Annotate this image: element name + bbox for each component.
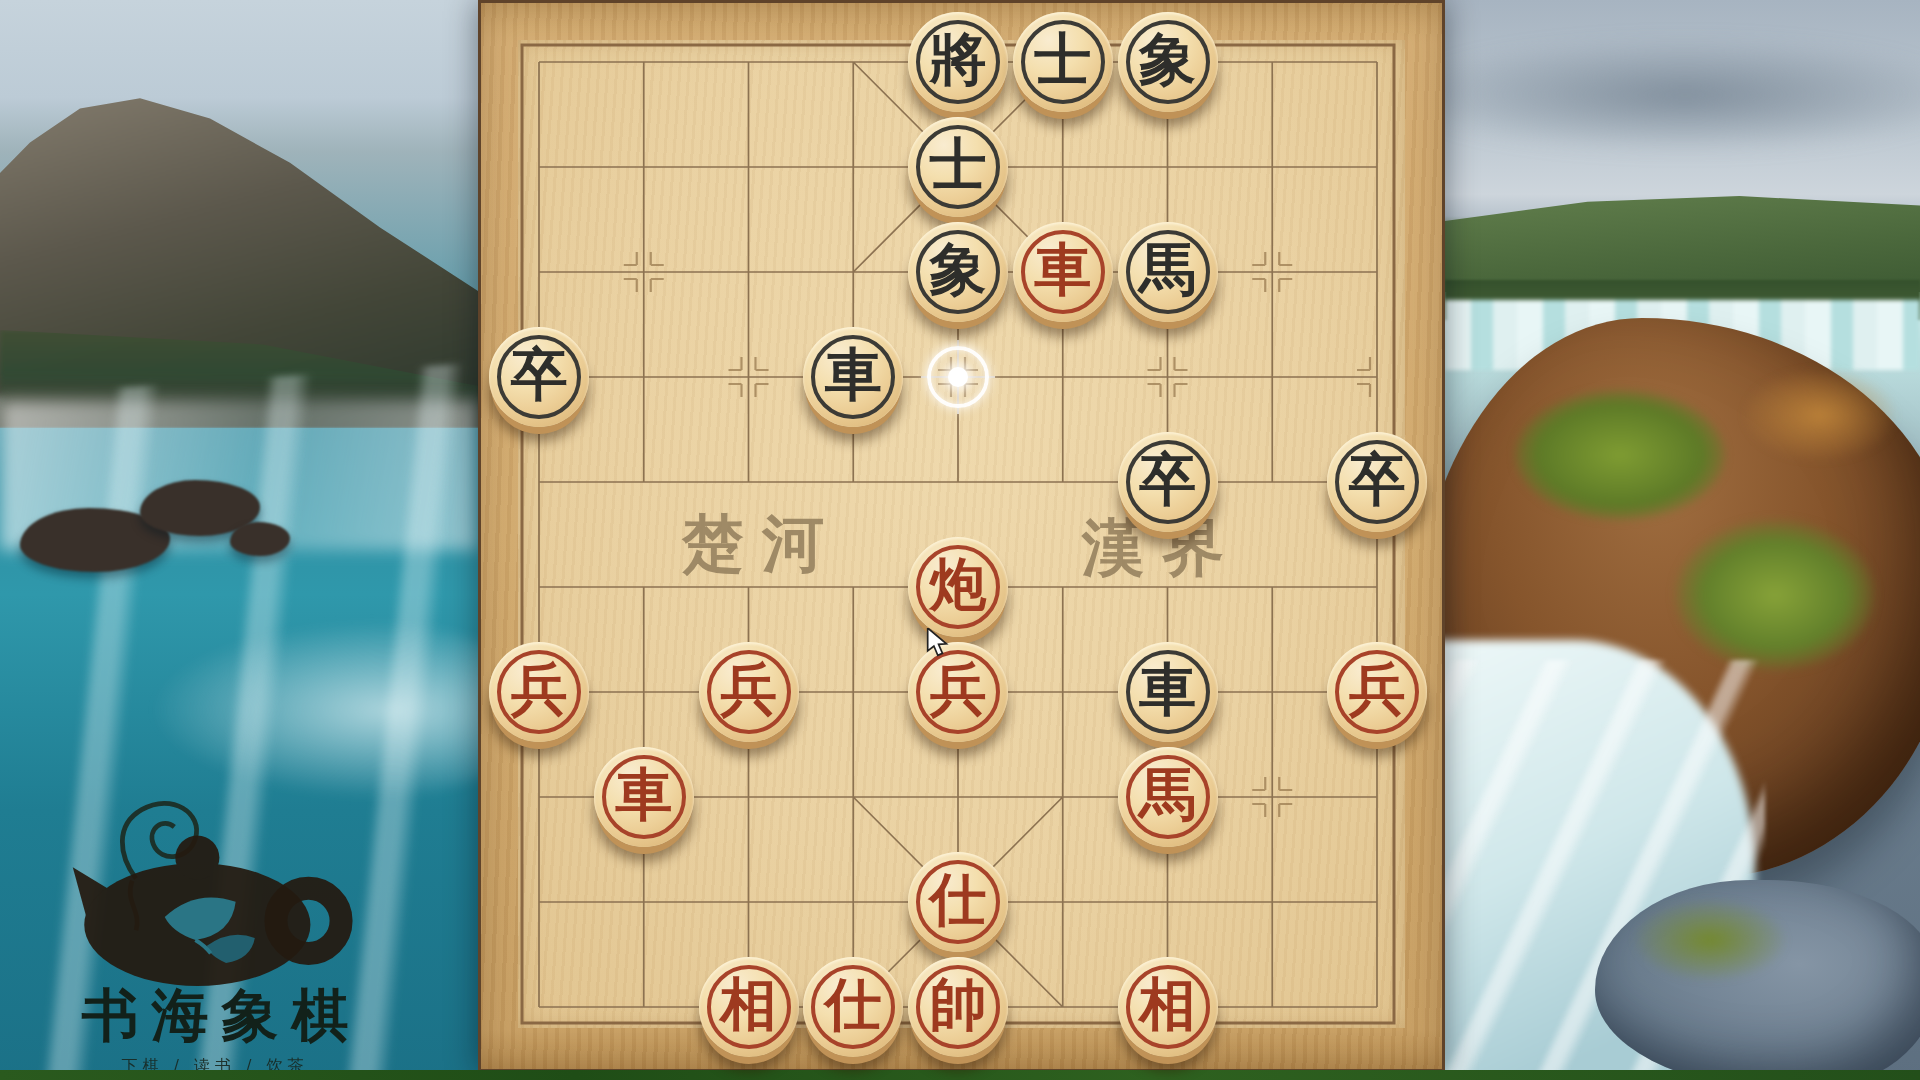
red-soldier[interactable]: 兵	[908, 642, 1008, 742]
black-advisor[interactable]: 士	[908, 117, 1008, 217]
piece-glyph: 將	[908, 12, 1008, 104]
black-advisor[interactable]: 士	[1013, 12, 1113, 112]
red-general[interactable]: 帥	[908, 957, 1008, 1057]
piece-glyph: 馬	[1118, 747, 1218, 839]
app-logo: 书海象棋 下棋 / 读书 / 饮茶	[45, 756, 385, 1076]
piece-glyph: 仕	[803, 957, 903, 1049]
piece-glyph: 帥	[908, 957, 1008, 1049]
piece-glyph: 車	[803, 327, 903, 419]
piece-glyph: 兵	[1327, 642, 1427, 734]
logo-title: 书海象棋	[45, 978, 385, 1055]
bottom-rock-moss	[1635, 900, 1785, 980]
piece-glyph: 車	[594, 747, 694, 839]
black-soldier[interactable]: 卒	[1327, 432, 1427, 532]
piece-glyph: 兵	[699, 642, 799, 734]
piece-glyph: 兵	[908, 642, 1008, 734]
red-soldier[interactable]: 兵	[699, 642, 799, 742]
red-chariot[interactable]: 車	[1013, 222, 1113, 322]
xiangqi-board[interactable]: 楚河 漢界 將士象士象車馬卒車卒卒炮兵兵兵車兵車馬仕相仕帥相	[478, 0, 1445, 1072]
piece-glyph: 士	[908, 117, 1008, 209]
piece-glyph: 卒	[489, 327, 589, 419]
red-chariot[interactable]: 車	[594, 747, 694, 847]
piece-glyph: 卒	[1327, 432, 1427, 524]
piece-glyph: 卒	[1118, 432, 1218, 524]
teapot-logo-icon	[45, 756, 365, 986]
red-soldier[interactable]: 兵	[1327, 642, 1427, 742]
move-target-marker	[927, 346, 989, 408]
target-center-glow	[948, 367, 968, 387]
piece-glyph: 士	[1013, 12, 1113, 104]
river-label-left: 楚河	[682, 502, 842, 586]
black-elephant[interactable]: 象	[908, 222, 1008, 322]
moss-patch	[1515, 390, 1725, 520]
red-elephant[interactable]: 相	[699, 957, 799, 1057]
piece-glyph: 象	[1118, 12, 1218, 104]
cloud-band	[1445, 40, 1920, 150]
piece-glyph: 象	[908, 222, 1008, 314]
black-elephant[interactable]: 象	[1118, 12, 1218, 112]
piece-glyph: 相	[699, 957, 799, 1049]
red-elephant[interactable]: 相	[1118, 957, 1218, 1057]
red-cannon[interactable]: 炮	[908, 537, 1008, 637]
red-horse[interactable]: 馬	[1118, 747, 1218, 847]
red-advisor[interactable]: 仕	[908, 852, 1008, 952]
green-hill	[1445, 196, 1920, 292]
black-soldier[interactable]: 卒	[1118, 432, 1218, 532]
black-chariot[interactable]: 車	[803, 327, 903, 427]
river-rocks	[20, 470, 280, 580]
piece-glyph: 車	[1013, 222, 1113, 314]
lichen-patch	[1745, 370, 1895, 460]
piece-glyph: 炮	[908, 537, 1008, 629]
piece-glyph: 兵	[489, 642, 589, 734]
piece-glyph: 相	[1118, 957, 1218, 1049]
moss-patch-2	[1675, 520, 1875, 670]
right-landscape-photo	[1445, 0, 1920, 1080]
red-advisor[interactable]: 仕	[803, 957, 903, 1057]
piece-glyph: 仕	[908, 852, 1008, 944]
black-general[interactable]: 將	[908, 12, 1008, 112]
mouse-cursor	[925, 628, 951, 658]
piece-glyph: 車	[1118, 642, 1218, 734]
left-landscape-photo: 书海象棋 下棋 / 读书 / 饮茶	[0, 0, 478, 1080]
piece-glyph: 馬	[1118, 222, 1218, 314]
xiangqi-app-screen: 书海象棋 下棋 / 读书 / 饮茶 楚河 漢界 將士象士象車馬卒車卒卒炮兵兵兵車…	[0, 0, 1920, 1080]
red-soldier[interactable]: 兵	[489, 642, 589, 742]
black-soldier[interactable]: 卒	[489, 327, 589, 427]
black-horse[interactable]: 馬	[1118, 222, 1218, 322]
black-chariot[interactable]: 車	[1118, 642, 1218, 742]
